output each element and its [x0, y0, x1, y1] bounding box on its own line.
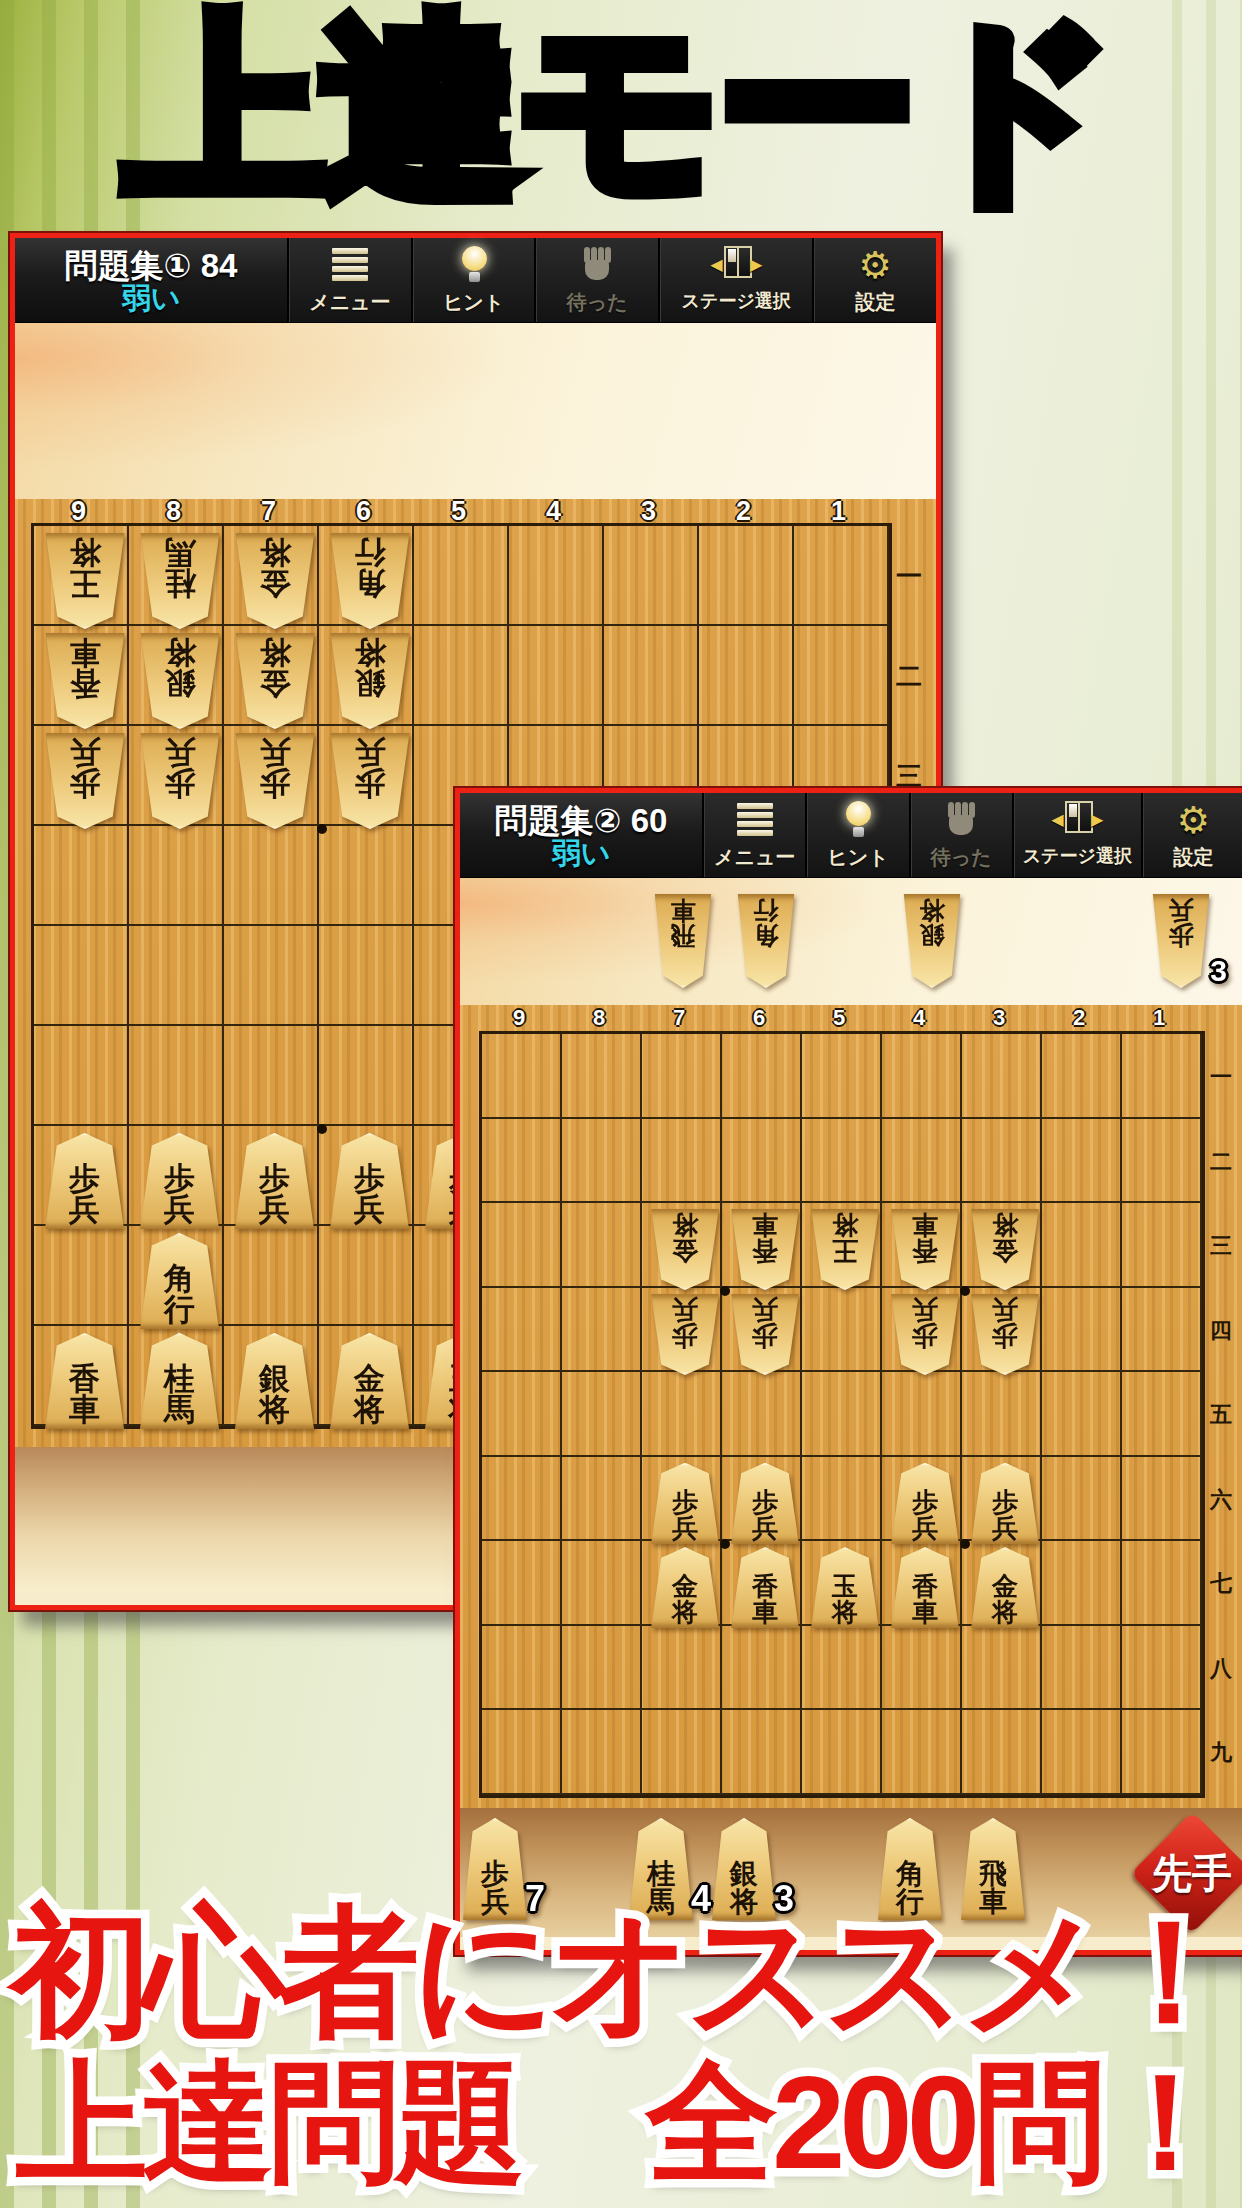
- window2-button-menu[interactable]: メニュー: [702, 793, 805, 877]
- piece-body-王将: 王将: [809, 1209, 881, 1290]
- square-7-6[interactable]: [224, 1026, 319, 1126]
- window1-button-menu[interactable]: メニュー: [287, 238, 411, 322]
- piece-body-金将: 金将: [649, 1209, 721, 1290]
- square-8-3[interactable]: [562, 1203, 642, 1288]
- piece-歩兵-8-7[interactable]: 歩兵: [138, 1133, 222, 1225]
- piece-body-香車: 香車: [43, 1333, 127, 1429]
- right-arrow: ▶: [750, 255, 762, 274]
- piece-歩兵-3-6[interactable]: 歩兵: [969, 1463, 1041, 1541]
- window1-header: 問題集① 84 弱い メニューヒント待った◀▶ステージ選択⚙設定: [15, 238, 936, 323]
- piece-body-歩兵: 歩兵: [328, 1133, 412, 1229]
- square-4-1[interactable]: [882, 1034, 962, 1119]
- square-2-1[interactable]: [1042, 1034, 1122, 1119]
- file-label: 2: [696, 499, 791, 523]
- square-1-1[interactable]: [1122, 1034, 1202, 1119]
- square-9-4[interactable]: [34, 826, 129, 926]
- gote-hand-飛車[interactable]: 飛車: [653, 894, 713, 984]
- menu-bar: [737, 803, 773, 809]
- square-9-4[interactable]: [482, 1288, 562, 1373]
- piece-香車-4-3[interactable]: 香車: [889, 1209, 961, 1287]
- menu-bar: [737, 821, 773, 827]
- window1-problem-set-label: 問題集① 84 弱い: [15, 238, 287, 322]
- square-5-9[interactable]: [802, 1710, 882, 1795]
- rank-label: 九: [1209, 1710, 1233, 1795]
- square-3-5[interactable]: [962, 1372, 1042, 1457]
- rank-label: 三: [1209, 1203, 1233, 1288]
- file-label: 1: [791, 499, 886, 523]
- file-label: 7: [221, 499, 316, 523]
- piece-桂馬-8-1[interactable]: 桂馬: [138, 533, 222, 625]
- stage-grid: [724, 246, 752, 278]
- piece-歩兵-7-4[interactable]: 歩兵: [649, 1294, 721, 1372]
- piece-歩兵-3-4[interactable]: 歩兵: [969, 1294, 1041, 1372]
- window2-button-label: メニュー: [714, 844, 795, 871]
- file-label: 4: [506, 499, 601, 523]
- square-8-8[interactable]: [562, 1626, 642, 1711]
- square-2-3[interactable]: [1042, 1203, 1122, 1288]
- window2-header: 問題集② 60 弱い メニューヒント待った◀▶ステージ選択⚙設定: [460, 793, 1242, 878]
- stage-select-icon: ◀▶: [1054, 799, 1100, 843]
- square-7-1[interactable]: [642, 1034, 722, 1119]
- square-9-6[interactable]: [34, 1026, 129, 1126]
- square-8-5[interactable]: [562, 1372, 642, 1457]
- piece-body-金将: 金将: [649, 1547, 721, 1628]
- window1-difficulty-label: 弱い: [122, 284, 181, 313]
- piece-王将-5-3[interactable]: 王将: [809, 1209, 881, 1287]
- square-2-2[interactable]: [1042, 1119, 1122, 1204]
- window2-button-label: 待った: [931, 844, 992, 871]
- square-1-5[interactable]: [1122, 1372, 1202, 1457]
- rank-label: 五: [1209, 1372, 1233, 1457]
- window1-button-label: メニュー: [309, 289, 390, 316]
- piece-body-歩兵: 歩兵: [1151, 894, 1211, 988]
- square-4-1[interactable]: [509, 526, 604, 626]
- piece-歩兵-4-6[interactable]: 歩兵: [889, 1463, 961, 1541]
- piece-body-歩兵: 歩兵: [328, 733, 412, 829]
- window1-button-label: 待った: [567, 289, 628, 316]
- piece-歩兵-6-7[interactable]: 歩兵: [328, 1133, 412, 1225]
- hint-lightbulb-icon: [451, 244, 497, 288]
- square-1-1[interactable]: [794, 526, 889, 626]
- window2-button-settings-gear[interactable]: ⚙設定: [1141, 793, 1242, 877]
- piece-body-角行: 角行: [138, 1233, 222, 1329]
- piece-歩兵-7-6[interactable]: 歩兵: [649, 1463, 721, 1541]
- menu-bar: [332, 257, 368, 263]
- square-9-6[interactable]: [482, 1457, 562, 1542]
- square-2-6[interactable]: [1042, 1457, 1122, 1542]
- piece-歩兵-6-3[interactable]: 歩兵: [328, 733, 412, 825]
- square-6-2[interactable]: [722, 1119, 802, 1204]
- square-1-4[interactable]: [1122, 1288, 1202, 1373]
- window2-file-labels: 987654321: [479, 1005, 1199, 1031]
- piece-歩兵-6-6[interactable]: 歩兵: [729, 1463, 801, 1541]
- piece-body-飛車: 飛車: [653, 894, 713, 988]
- rank-label: 四: [1209, 1288, 1233, 1373]
- page-title: 上達モード 上達モード: [0, 6, 1242, 212]
- square-8-9[interactable]: [562, 1710, 642, 1795]
- square-9-3[interactable]: [482, 1203, 562, 1288]
- piece-香車-4-7[interactable]: 香車: [889, 1547, 961, 1625]
- square-5-8[interactable]: [802, 1626, 882, 1711]
- stage-select-icon: ◀▶: [713, 244, 759, 288]
- piece-body-歩兵: 歩兵: [649, 1463, 721, 1544]
- piece-body-歩兵: 歩兵: [138, 733, 222, 829]
- file-label: 6: [316, 499, 411, 523]
- piece-body-桂馬: 桂馬: [138, 1333, 222, 1429]
- piece-body-歩兵: 歩兵: [138, 1133, 222, 1229]
- square-7-8[interactable]: [642, 1626, 722, 1711]
- settings-gear-icon: ⚙: [1170, 799, 1216, 843]
- window2-button-hint-lightbulb[interactable]: ヒント: [805, 793, 908, 877]
- promo-line1-text: 初心者にオススメ！: [10, 1892, 1233, 2051]
- piece-金将-3-7[interactable]: 金将: [969, 1547, 1041, 1625]
- piece-body-歩兵: 歩兵: [233, 1133, 317, 1229]
- square-4-5[interactable]: [882, 1372, 962, 1457]
- window2-difficulty-label: 弱い: [552, 839, 611, 868]
- piece-body-歩兵: 歩兵: [969, 1294, 1041, 1375]
- undo-hand-icon: [938, 799, 984, 843]
- gote-hand-銀将[interactable]: 銀将: [902, 894, 962, 984]
- left-arrow: ◀: [710, 255, 722, 274]
- piece-歩兵-7-3[interactable]: 歩兵: [233, 733, 317, 825]
- piece-body-銀将: 銀将: [233, 1333, 317, 1429]
- square-6-8[interactable]: [319, 1226, 414, 1326]
- square-5-2[interactable]: [414, 626, 509, 726]
- square-7-9[interactable]: [642, 1710, 722, 1795]
- piece-桂馬-8-9[interactable]: 桂馬: [138, 1333, 222, 1425]
- window2-button-label: ヒント: [827, 844, 888, 871]
- piece-body-王将: 王将: [43, 533, 127, 629]
- piece-歩兵-6-4[interactable]: 歩兵: [729, 1294, 801, 1372]
- piece-body-歩兵: 歩兵: [889, 1294, 961, 1375]
- right-arrow: ▶: [1091, 810, 1103, 829]
- piece-body-歩兵: 歩兵: [729, 1294, 801, 1375]
- window2-button-stage-select[interactable]: ◀▶ステージ選択: [1012, 793, 1141, 877]
- piece-body-歩兵: 歩兵: [43, 1133, 127, 1229]
- menu-icon: [327, 244, 373, 288]
- square-5-4[interactable]: [802, 1288, 882, 1373]
- square-4-9[interactable]: [882, 1710, 962, 1795]
- piece-歩兵-9-3[interactable]: 歩兵: [43, 733, 127, 825]
- square-5-6[interactable]: [802, 1457, 882, 1542]
- game-window-2: 問題集② 60 弱い メニューヒント待った◀▶ステージ選択⚙設定 飛車角行銀将歩…: [455, 788, 1242, 1955]
- page-title-outline: 上達モード: [0, 6, 1242, 212]
- settings-gear-icon: ⚙: [852, 244, 898, 288]
- square-9-2[interactable]: [482, 1119, 562, 1204]
- square-6-5[interactable]: [722, 1372, 802, 1457]
- menu-bar: [737, 830, 773, 836]
- bulb-glass: [846, 801, 871, 826]
- piece-body-金将: 金将: [969, 1547, 1041, 1628]
- piece-body-歩兵: 歩兵: [233, 733, 317, 829]
- square-1-2[interactable]: [794, 626, 889, 726]
- window2-problem-set-label: 問題集② 60 弱い: [460, 793, 702, 877]
- file-label: 7: [639, 1005, 719, 1031]
- menu-bar: [332, 248, 368, 254]
- square-1-7[interactable]: [1122, 1541, 1202, 1626]
- piece-body-香車: 香車: [43, 633, 127, 729]
- bulb-base: [853, 827, 864, 837]
- square-1-9[interactable]: [1122, 1710, 1202, 1795]
- piece-body-歩兵: 歩兵: [969, 1463, 1041, 1544]
- square-3-1[interactable]: [962, 1034, 1042, 1119]
- piece-歩兵-8-3[interactable]: 歩兵: [138, 733, 222, 825]
- square-4-2[interactable]: [509, 626, 604, 726]
- file-label: 1: [1119, 1005, 1199, 1031]
- window2-toolbar: メニューヒント待った◀▶ステージ選択⚙設定: [702, 793, 1242, 877]
- star-point: [317, 1124, 327, 1134]
- window1-button-settings-gear[interactable]: ⚙設定: [812, 238, 936, 322]
- piece-歩兵-4-4[interactable]: 歩兵: [889, 1294, 961, 1372]
- square-6-9[interactable]: [722, 1710, 802, 1795]
- piece-body-香車: 香車: [889, 1547, 961, 1628]
- file-label: 9: [31, 499, 126, 523]
- square-5-1[interactable]: [802, 1034, 882, 1119]
- window1-button-undo-hand[interactable]: 待った: [534, 238, 658, 322]
- captured-count: 3: [1210, 954, 1227, 988]
- left-arrow: ◀: [1051, 810, 1063, 829]
- piece-body-銀将: 銀将: [138, 633, 222, 729]
- piece-香車-9-2[interactable]: 香車: [43, 633, 127, 725]
- piece-銀将-8-2[interactable]: 銀将: [138, 633, 222, 725]
- window2-gote-captured-tray: 飛車角行銀将歩兵3: [460, 878, 1242, 1005]
- square-2-9[interactable]: [1042, 1710, 1122, 1795]
- file-label: 8: [559, 1005, 639, 1031]
- menu-bar: [332, 266, 368, 272]
- file-label: 9: [479, 1005, 559, 1031]
- rank-label: 一: [1209, 1034, 1233, 1119]
- file-label: 8: [126, 499, 221, 523]
- square-4-8[interactable]: [882, 1626, 962, 1711]
- piece-銀将-6-2[interactable]: 銀将: [328, 633, 412, 725]
- piece-香車-6-7[interactable]: 香車: [729, 1547, 801, 1625]
- window2-board: 987654321金将香車王将香車金将歩兵歩兵歩兵歩兵歩兵歩兵歩兵歩兵金将香車玉…: [460, 1005, 1242, 1808]
- rank-label: 六: [1209, 1457, 1233, 1542]
- file-label: 5: [799, 1005, 879, 1031]
- promo-line2-text: 上達問題 全200問！: [16, 2049, 1226, 2196]
- square-9-5[interactable]: [34, 926, 129, 1026]
- piece-body-桂馬: 桂馬: [138, 533, 222, 629]
- square-5-5[interactable]: [802, 1372, 882, 1457]
- bulb-glass: [462, 246, 487, 271]
- square-2-1[interactable]: [699, 526, 794, 626]
- square-6-4[interactable]: [319, 826, 414, 926]
- square-2-8[interactable]: [1042, 1626, 1122, 1711]
- piece-body-歩兵: 歩兵: [729, 1463, 801, 1544]
- square-8-6[interactable]: [562, 1457, 642, 1542]
- piece-body-銀将: 銀将: [328, 633, 412, 729]
- window2-problem-set-number: 問題集② 60: [495, 802, 668, 840]
- square-3-2[interactable]: [604, 626, 699, 726]
- square-1-6[interactable]: [1122, 1457, 1202, 1542]
- square-6-8[interactable]: [722, 1626, 802, 1711]
- piece-金将-7-7[interactable]: 金将: [649, 1547, 721, 1625]
- rank-label: 七: [1209, 1541, 1233, 1626]
- file-label: 3: [601, 499, 696, 523]
- square-9-8[interactable]: [482, 1626, 562, 1711]
- rank-label: 二: [1209, 1119, 1233, 1204]
- square-5-1[interactable]: [414, 526, 509, 626]
- window1-button-label: ステージ選択: [682, 289, 791, 313]
- square-8-4[interactable]: [129, 826, 224, 926]
- piece-金将-7-3[interactable]: 金将: [649, 1209, 721, 1287]
- square-1-3[interactable]: [1122, 1203, 1202, 1288]
- piece-玉将-5-7[interactable]: 玉将: [809, 1547, 881, 1625]
- square-2-7[interactable]: [1042, 1541, 1122, 1626]
- hint-lightbulb-icon: [835, 799, 881, 843]
- square-3-2[interactable]: [962, 1119, 1042, 1204]
- piece-body-銀将: 銀将: [902, 894, 962, 988]
- piece-body-金将: 金将: [969, 1209, 1041, 1290]
- square-6-6[interactable]: [319, 1026, 414, 1126]
- file-label: 5: [411, 499, 506, 523]
- square-7-4[interactable]: [224, 826, 319, 926]
- piece-body-角行: 角行: [328, 533, 412, 629]
- piece-body-香車: 香車: [729, 1209, 801, 1290]
- window1-button-hint-lightbulb[interactable]: ヒント: [411, 238, 535, 322]
- window2-grid: 金将香車王将香車金将歩兵歩兵歩兵歩兵歩兵歩兵歩兵歩兵金将香車玉将香車金将: [479, 1031, 1205, 1798]
- file-label: 6: [719, 1005, 799, 1031]
- window2-button-label: 設定: [1173, 844, 1213, 871]
- square-2-4[interactable]: [1042, 1288, 1122, 1373]
- square-3-1[interactable]: [604, 526, 699, 626]
- piece-金将-6-9[interactable]: 金将: [328, 1333, 412, 1425]
- square-8-6[interactable]: [129, 1026, 224, 1126]
- square-4-2[interactable]: [882, 1119, 962, 1204]
- window2-button-undo-hand[interactable]: 待った: [909, 793, 1012, 877]
- window1-gote-captured-tray: [15, 323, 936, 499]
- screenshot-root: { "game": "shogi", "title": { "text": "上…: [0, 0, 1242, 2208]
- file-label: 3: [959, 1005, 1039, 1031]
- window2-rank-labels: 一二三四五六七八九: [1209, 1034, 1233, 1795]
- window1-file-labels: 987654321: [31, 499, 886, 523]
- gote-hand-角行[interactable]: 角行: [736, 894, 796, 984]
- piece-body-香車: 香車: [729, 1547, 801, 1628]
- square-3-8[interactable]: [962, 1626, 1042, 1711]
- piece-歩兵-9-7[interactable]: 歩兵: [43, 1133, 127, 1225]
- square-3-9[interactable]: [962, 1710, 1042, 1795]
- square-5-2[interactable]: [802, 1119, 882, 1204]
- file-label: 2: [1039, 1005, 1119, 1031]
- window1-button-stage-select[interactable]: ◀▶ステージ選択: [658, 238, 812, 322]
- square-1-2[interactable]: [1122, 1119, 1202, 1204]
- file-label: 4: [879, 1005, 959, 1031]
- square-9-5[interactable]: [482, 1372, 562, 1457]
- piece-金将-7-2[interactable]: 金将: [233, 633, 317, 725]
- rank-label: 一: [896, 526, 922, 626]
- square-7-5[interactable]: [224, 926, 319, 1026]
- piece-金将-7-1[interactable]: 金将: [233, 533, 317, 625]
- square-9-9[interactable]: [482, 1710, 562, 1795]
- square-2-2[interactable]: [699, 626, 794, 726]
- piece-歩兵-7-7[interactable]: 歩兵: [233, 1133, 317, 1225]
- square-7-5[interactable]: [642, 1372, 722, 1457]
- piece-body-歩兵: 歩兵: [649, 1294, 721, 1375]
- window1-button-label: ヒント: [443, 289, 504, 316]
- window1-button-label: 設定: [855, 289, 895, 316]
- square-7-8[interactable]: [224, 1226, 319, 1326]
- square-9-7[interactable]: [482, 1541, 562, 1626]
- piece-角行-8-8[interactable]: 角行: [138, 1233, 222, 1325]
- square-6-5[interactable]: [319, 926, 414, 1026]
- gote-hand-歩兵[interactable]: 歩兵3: [1151, 894, 1211, 984]
- stage-grid: [1065, 801, 1093, 833]
- promo-text: 初心者にオススメ！ 初心者にオススメ！ 上達問題 全200問！ 上達問題 全20…: [0, 1898, 1242, 2191]
- square-8-1[interactable]: [562, 1034, 642, 1119]
- square-2-5[interactable]: [1042, 1372, 1122, 1457]
- piece-王将-9-1[interactable]: 王将: [43, 533, 127, 625]
- piece-body-金将: 金将: [233, 533, 317, 629]
- star-point: [317, 824, 327, 834]
- bulb-base: [469, 272, 480, 282]
- square-8-7[interactable]: [562, 1541, 642, 1626]
- rank-label: 二: [896, 626, 922, 726]
- menu-bar: [332, 275, 368, 281]
- piece-香車-6-3[interactable]: 香車: [729, 1209, 801, 1287]
- square-8-5[interactable]: [129, 926, 224, 1026]
- square-9-1[interactable]: [482, 1034, 562, 1119]
- window1-problem-set-number: 問題集① 84: [65, 247, 238, 285]
- rank-label: 八: [1209, 1626, 1233, 1711]
- piece-body-金将: 金将: [328, 1333, 412, 1429]
- piece-body-金将: 金将: [233, 633, 317, 729]
- window2-button-label: ステージ選択: [1023, 844, 1132, 868]
- square-8-2[interactable]: [562, 1119, 642, 1204]
- piece-body-歩兵: 歩兵: [43, 733, 127, 829]
- piece-body-歩兵: 歩兵: [889, 1463, 961, 1544]
- square-7-2[interactable]: [642, 1119, 722, 1204]
- square-6-1[interactable]: [722, 1034, 802, 1119]
- menu-bar: [737, 812, 773, 818]
- square-1-8[interactable]: [1122, 1626, 1202, 1711]
- piece-body-香車: 香車: [889, 1209, 961, 1290]
- square-8-4[interactable]: [562, 1288, 642, 1373]
- piece-銀将-7-9[interactable]: 銀将: [233, 1333, 317, 1425]
- square-9-8[interactable]: [34, 1226, 129, 1326]
- window1-toolbar: メニューヒント待った◀▶ステージ選択⚙設定: [287, 238, 936, 322]
- piece-金将-3-3[interactable]: 金将: [969, 1209, 1041, 1287]
- undo-hand-icon: [574, 244, 620, 288]
- piece-body-玉将: 玉将: [809, 1547, 881, 1628]
- hand-palm: [949, 815, 973, 835]
- piece-角行-6-1[interactable]: 角行: [328, 533, 412, 625]
- piece-body-角行: 角行: [736, 894, 796, 988]
- piece-香車-9-9[interactable]: 香車: [43, 1333, 127, 1425]
- hand-palm: [585, 260, 609, 280]
- menu-icon: [732, 799, 778, 843]
